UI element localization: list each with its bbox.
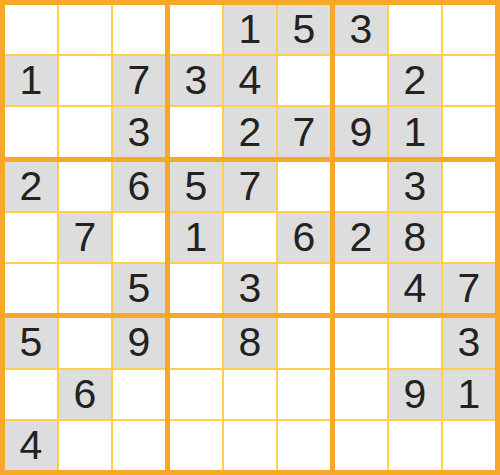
cell-r3c1[interactable] <box>5 107 57 156</box>
cell-r8c5[interactable] <box>224 370 276 419</box>
cell-r8c4[interactable] <box>170 370 222 419</box>
cell-r6c6[interactable] <box>278 264 330 313</box>
box-4: 2675 <box>5 162 165 314</box>
cell-r1c9[interactable] <box>443 5 495 54</box>
box-7: 5964 <box>5 318 165 470</box>
cell-r7c5: 8 <box>224 318 276 367</box>
cell-r4c9[interactable] <box>443 162 495 211</box>
cell-r8c6[interactable] <box>278 370 330 419</box>
cell-r2c2[interactable] <box>59 56 111 105</box>
cell-r1c8[interactable] <box>389 5 441 54</box>
cell-r8c3[interactable] <box>113 370 165 419</box>
cell-r4c4: 5 <box>170 162 222 211</box>
cell-r9c8[interactable] <box>389 421 441 470</box>
cell-r7c6[interactable] <box>278 318 330 367</box>
cell-r8c8: 9 <box>389 370 441 419</box>
cell-r5c7: 2 <box>335 213 387 262</box>
cell-r9c4[interactable] <box>170 421 222 470</box>
cell-r9c7[interactable] <box>335 421 387 470</box>
cell-r4c5: 7 <box>224 162 276 211</box>
cell-r9c5[interactable] <box>224 421 276 470</box>
cell-r5c8: 8 <box>389 213 441 262</box>
cell-r1c4[interactable] <box>170 5 222 54</box>
cell-r8c7[interactable] <box>335 370 387 419</box>
cell-r8c2: 6 <box>59 370 111 419</box>
cell-r3c7: 9 <box>335 107 387 156</box>
cell-r6c1[interactable] <box>5 264 57 313</box>
cell-r1c5: 1 <box>224 5 276 54</box>
cell-r6c7[interactable] <box>335 264 387 313</box>
cell-r8c1[interactable] <box>5 370 57 419</box>
cell-r2c1: 1 <box>5 56 57 105</box>
cell-r9c9[interactable] <box>443 421 495 470</box>
cell-r9c1: 4 <box>5 421 57 470</box>
cell-r9c2[interactable] <box>59 421 111 470</box>
cell-r9c3[interactable] <box>113 421 165 470</box>
cell-r6c2[interactable] <box>59 264 111 313</box>
cell-r6c4[interactable] <box>170 264 222 313</box>
cell-r2c5: 4 <box>224 56 276 105</box>
cell-r3c3: 3 <box>113 107 165 156</box>
cell-r5c1[interactable] <box>5 213 57 262</box>
cell-r4c3: 6 <box>113 162 165 211</box>
cell-r3c4[interactable] <box>170 107 222 156</box>
cell-r3c5: 2 <box>224 107 276 156</box>
cell-r6c8: 4 <box>389 264 441 313</box>
cell-r2c6[interactable] <box>278 56 330 105</box>
cell-r1c1[interactable] <box>5 5 57 54</box>
cell-r5c3[interactable] <box>113 213 165 262</box>
cell-r7c7[interactable] <box>335 318 387 367</box>
cell-r4c6[interactable] <box>278 162 330 211</box>
box-6: 32847 <box>335 162 495 314</box>
cell-r3c2[interactable] <box>59 107 111 156</box>
cell-r5c4: 1 <box>170 213 222 262</box>
box-3: 3291 <box>335 5 495 157</box>
cell-r1c7: 3 <box>335 5 387 54</box>
cell-r2c4: 3 <box>170 56 222 105</box>
cell-r1c6: 5 <box>278 5 330 54</box>
cell-r5c9[interactable] <box>443 213 495 262</box>
cell-r1c2[interactable] <box>59 5 111 54</box>
cell-r7c9: 3 <box>443 318 495 367</box>
cell-r2c7[interactable] <box>335 56 387 105</box>
cell-r8c9: 1 <box>443 370 495 419</box>
box-2: 153427 <box>170 5 330 157</box>
box-9: 391 <box>335 318 495 470</box>
cell-r4c7[interactable] <box>335 162 387 211</box>
cell-r1c3[interactable] <box>113 5 165 54</box>
cell-r2c3: 7 <box>113 56 165 105</box>
cell-r5c2: 7 <box>59 213 111 262</box>
cell-r2c9[interactable] <box>443 56 495 105</box>
cell-r4c1: 2 <box>5 162 57 211</box>
cell-r6c9: 7 <box>443 264 495 313</box>
box-5: 57163 <box>170 162 330 314</box>
cell-r7c2[interactable] <box>59 318 111 367</box>
cell-r3c9[interactable] <box>443 107 495 156</box>
cell-r7c1: 5 <box>5 318 57 367</box>
cell-r7c3: 9 <box>113 318 165 367</box>
cell-r7c8[interactable] <box>389 318 441 367</box>
sudoku-board: 17315342732912675571633284759648391 <box>0 0 500 475</box>
cell-r4c8: 3 <box>389 162 441 211</box>
cell-r3c6: 7 <box>278 107 330 156</box>
box-8: 8 <box>170 318 330 470</box>
cell-r4c2[interactable] <box>59 162 111 211</box>
box-1: 173 <box>5 5 165 157</box>
cell-r6c5: 3 <box>224 264 276 313</box>
cell-r9c6[interactable] <box>278 421 330 470</box>
cell-r5c6: 6 <box>278 213 330 262</box>
cell-r6c3: 5 <box>113 264 165 313</box>
cell-r3c8: 1 <box>389 107 441 156</box>
cell-r7c4[interactable] <box>170 318 222 367</box>
cell-r5c5[interactable] <box>224 213 276 262</box>
cell-r2c8: 2 <box>389 56 441 105</box>
